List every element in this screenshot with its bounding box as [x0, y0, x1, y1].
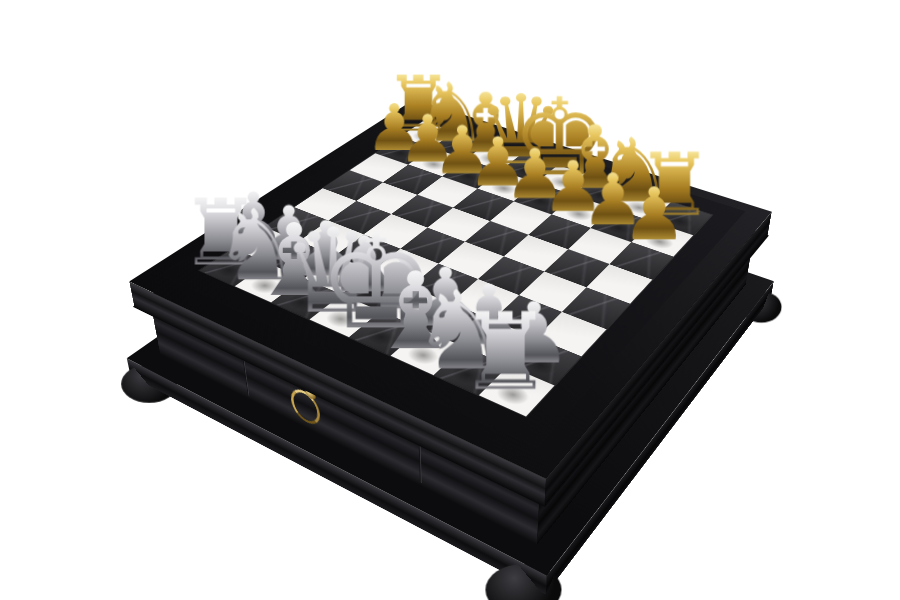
chess-set-scene: ♜♞♝♛♚♝♞♜♟♟♟♟♟♟♟♟♟♟♟♟♟♟♟♟♜♞♝♛♚♝♞♜ [0, 0, 900, 600]
piece-gold-pawn[interactable]: ♟ [417, 119, 507, 180]
piece-gold-pawn[interactable]: ♟ [605, 180, 704, 247]
square-c7[interactable]: ♟ [442, 159, 500, 189]
piece-gold-knight[interactable]: ♞ [408, 77, 495, 152]
piece-gold-king[interactable]: ♚ [512, 88, 603, 186]
square-a5[interactable] [323, 170, 383, 201]
product-photo-stage: ♜♞♝♛♚♝♞♜♟♟♟♟♟♟♟♟♟♟♟♟♟♟♟♟♜♞♝♛♚♝♞♜ [0, 0, 900, 600]
square-f7[interactable]: ♟ [552, 195, 612, 228]
piece-contact-shadow [435, 137, 479, 157]
square-d6[interactable] [453, 189, 514, 221]
square-c8[interactable]: ♝ [466, 142, 523, 170]
piece-gold-pawn[interactable]: ♟ [351, 98, 438, 157]
piece-gold-queen[interactable]: ♛ [476, 86, 566, 174]
piece-contact-shadow [555, 202, 603, 227]
piece-contact-shadow [411, 154, 456, 175]
piece-gold-pawn[interactable]: ♟ [488, 142, 582, 205]
square-d7[interactable]: ♟ [477, 171, 536, 202]
square-a8[interactable]: ♜ [400, 121, 455, 147]
square-e7[interactable]: ♟ [514, 183, 574, 215]
piece-contact-shadow [481, 177, 527, 200]
piece-gold-pawn[interactable]: ♟ [383, 108, 472, 168]
square-e8[interactable]: ♚ [536, 165, 594, 195]
piece-contact-shadow [445, 165, 490, 187]
piece-gold-rook[interactable]: ♜ [376, 70, 461, 140]
piece-gold-bishop[interactable]: ♝ [441, 87, 529, 163]
piece-silver-rook[interactable]: ♜ [446, 304, 565, 402]
square-b8[interactable]: ♞ [432, 132, 488, 159]
piece-gold-pawn[interactable]: ♟ [452, 131, 544, 193]
piece-contact-shadow [504, 160, 549, 182]
square-e6[interactable] [490, 201, 552, 234]
piece-contact-shadow [378, 143, 422, 164]
square-h1[interactable]: ♜ [479, 366, 555, 417]
bun-foot-right [741, 291, 781, 322]
square-c6[interactable] [417, 176, 477, 207]
square-b7[interactable]: ♟ [408, 148, 466, 177]
piece-contact-shadow [403, 127, 446, 147]
square-b6[interactable] [383, 165, 442, 195]
piece-contact-shadow [517, 189, 564, 213]
square-f6[interactable] [528, 214, 590, 249]
square-a7[interactable]: ♟ [375, 137, 432, 165]
piece-contact-shadow [469, 148, 513, 169]
square-a6[interactable] [350, 153, 409, 182]
square-d8[interactable]: ♛ [501, 154, 558, 183]
piece-contact-shadow [540, 171, 586, 194]
